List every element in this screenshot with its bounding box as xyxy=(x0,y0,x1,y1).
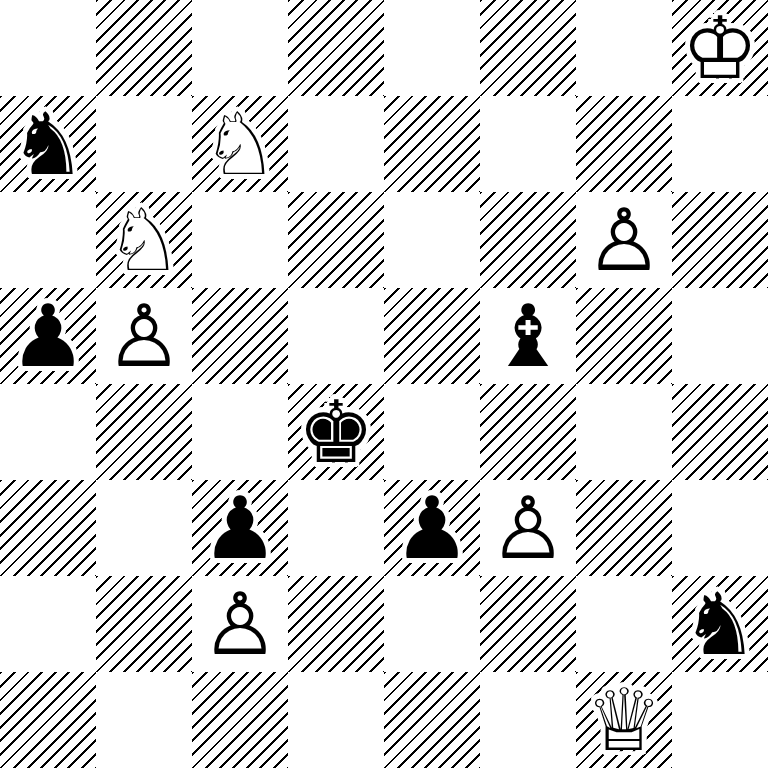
square-g5[interactable] xyxy=(576,288,672,384)
square-h5[interactable] xyxy=(672,288,768,384)
square-a7[interactable]: ♞♞ xyxy=(0,96,96,192)
white-knight-halo: ♞ xyxy=(96,192,192,288)
chess-board: ♚♚♔♞♞♞♞♘♞♞♘♟♟♙♟♟♟♟♙♝♝♚♚♟♟♟♟♟♟♙♟♟♙♞♞♛♛♕ xyxy=(0,0,768,768)
white-pawn-fill: ♟ xyxy=(96,288,192,384)
black-bishop-halo: ♝ xyxy=(480,288,576,384)
black-knight-halo: ♞ xyxy=(672,576,768,672)
square-a6[interactable] xyxy=(0,192,96,288)
black-pawn[interactable]: ♟♟ xyxy=(0,288,96,384)
white-pawn-fill: ♟ xyxy=(576,192,672,288)
square-f6[interactable] xyxy=(480,192,576,288)
black-pawn-halo: ♟ xyxy=(384,480,480,576)
white-knight-icon: ♘ xyxy=(96,192,192,288)
square-e1[interactable] xyxy=(384,672,480,768)
square-c1[interactable] xyxy=(192,672,288,768)
square-a3[interactable] xyxy=(0,480,96,576)
black-knight-icon: ♞ xyxy=(0,96,96,192)
square-g2[interactable] xyxy=(576,576,672,672)
square-e2[interactable] xyxy=(384,576,480,672)
square-b6[interactable]: ♞♞♘ xyxy=(96,192,192,288)
white-pawn-icon: ♙ xyxy=(576,192,672,288)
square-a2[interactable] xyxy=(0,576,96,672)
black-king-halo: ♚ xyxy=(288,384,384,480)
white-queen-fill: ♛ xyxy=(576,672,672,768)
square-b4[interactable] xyxy=(96,384,192,480)
square-h7[interactable] xyxy=(672,96,768,192)
square-g3[interactable] xyxy=(576,480,672,576)
black-bishop[interactable]: ♝♝ xyxy=(480,288,576,384)
white-queen-halo: ♛ xyxy=(576,672,672,768)
square-c7[interactable]: ♞♞♘ xyxy=(192,96,288,192)
white-knight[interactable]: ♞♞♘ xyxy=(192,96,288,192)
square-h8[interactable]: ♚♚♔ xyxy=(672,0,768,96)
square-e7[interactable] xyxy=(384,96,480,192)
white-pawn-icon: ♙ xyxy=(192,576,288,672)
square-a1[interactable] xyxy=(0,672,96,768)
square-f8[interactable] xyxy=(480,0,576,96)
black-king-icon: ♚ xyxy=(288,384,384,480)
square-g8[interactable] xyxy=(576,0,672,96)
square-d6[interactable] xyxy=(288,192,384,288)
white-queen-icon: ♕ xyxy=(576,672,672,768)
square-a5[interactable]: ♟♟ xyxy=(0,288,96,384)
square-d5[interactable] xyxy=(288,288,384,384)
square-f3[interactable]: ♟♟♙ xyxy=(480,480,576,576)
square-d2[interactable] xyxy=(288,576,384,672)
square-g6[interactable]: ♟♟♙ xyxy=(576,192,672,288)
white-knight-halo: ♞ xyxy=(192,96,288,192)
square-h3[interactable] xyxy=(672,480,768,576)
white-knight-icon: ♘ xyxy=(192,96,288,192)
square-g7[interactable] xyxy=(576,96,672,192)
square-e8[interactable] xyxy=(384,0,480,96)
white-knight-fill: ♞ xyxy=(96,192,192,288)
black-bishop-icon: ♝ xyxy=(480,288,576,384)
square-b7[interactable] xyxy=(96,96,192,192)
square-f2[interactable] xyxy=(480,576,576,672)
square-d8[interactable] xyxy=(288,0,384,96)
white-pawn-icon: ♙ xyxy=(96,288,192,384)
square-g1[interactable]: ♛♛♕ xyxy=(576,672,672,768)
black-pawn[interactable]: ♟♟ xyxy=(384,480,480,576)
square-b5[interactable]: ♟♟♙ xyxy=(96,288,192,384)
black-pawn-halo: ♟ xyxy=(192,480,288,576)
square-g4[interactable] xyxy=(576,384,672,480)
square-c3[interactable]: ♟♟ xyxy=(192,480,288,576)
white-pawn[interactable]: ♟♟♙ xyxy=(480,480,576,576)
white-pawn-halo: ♟ xyxy=(96,288,192,384)
square-d1[interactable] xyxy=(288,672,384,768)
white-king-halo: ♚ xyxy=(672,0,768,96)
black-pawn-icon: ♟ xyxy=(384,480,480,576)
square-c4[interactable] xyxy=(192,384,288,480)
white-pawn-halo: ♟ xyxy=(192,576,288,672)
white-pawn-fill: ♟ xyxy=(480,480,576,576)
black-knight[interactable]: ♞♞ xyxy=(672,576,768,672)
white-pawn[interactable]: ♟♟♙ xyxy=(96,288,192,384)
square-c5[interactable] xyxy=(192,288,288,384)
square-a4[interactable] xyxy=(0,384,96,480)
square-h1[interactable] xyxy=(672,672,768,768)
square-b1[interactable] xyxy=(96,672,192,768)
square-h4[interactable] xyxy=(672,384,768,480)
white-knight[interactable]: ♞♞♘ xyxy=(96,192,192,288)
black-knight[interactable]: ♞♞ xyxy=(0,96,96,192)
square-c8[interactable] xyxy=(192,0,288,96)
square-c6[interactable] xyxy=(192,192,288,288)
square-b2[interactable] xyxy=(96,576,192,672)
black-king[interactable]: ♚♚ xyxy=(288,384,384,480)
white-pawn-halo: ♟ xyxy=(480,480,576,576)
white-pawn[interactable]: ♟♟♙ xyxy=(576,192,672,288)
white-queen[interactable]: ♛♛♕ xyxy=(576,672,672,768)
black-pawn[interactable]: ♟♟ xyxy=(192,480,288,576)
white-king[interactable]: ♚♚♔ xyxy=(672,0,768,96)
square-d4[interactable]: ♚♚ xyxy=(288,384,384,480)
square-e6[interactable] xyxy=(384,192,480,288)
square-f1[interactable] xyxy=(480,672,576,768)
white-pawn-halo: ♟ xyxy=(576,192,672,288)
square-e4[interactable] xyxy=(384,384,480,480)
white-king-fill: ♚ xyxy=(672,0,768,96)
square-h2[interactable]: ♞♞ xyxy=(672,576,768,672)
white-pawn[interactable]: ♟♟♙ xyxy=(192,576,288,672)
square-b3[interactable] xyxy=(96,480,192,576)
square-f7[interactable] xyxy=(480,96,576,192)
square-d7[interactable] xyxy=(288,96,384,192)
white-king-icon: ♔ xyxy=(672,0,768,96)
square-c2[interactable]: ♟♟♙ xyxy=(192,576,288,672)
square-b8[interactable] xyxy=(96,0,192,96)
square-d3[interactable] xyxy=(288,480,384,576)
black-knight-icon: ♞ xyxy=(672,576,768,672)
square-h6[interactable] xyxy=(672,192,768,288)
square-e3[interactable]: ♟♟ xyxy=(384,480,480,576)
square-e5[interactable] xyxy=(384,288,480,384)
black-pawn-icon: ♟ xyxy=(192,480,288,576)
black-pawn-halo: ♟ xyxy=(0,288,96,384)
square-a8[interactable] xyxy=(0,0,96,96)
square-f4[interactable] xyxy=(480,384,576,480)
white-pawn-fill: ♟ xyxy=(192,576,288,672)
black-knight-halo: ♞ xyxy=(0,96,96,192)
square-f5[interactable]: ♝♝ xyxy=(480,288,576,384)
white-pawn-icon: ♙ xyxy=(480,480,576,576)
white-knight-fill: ♞ xyxy=(192,96,288,192)
black-pawn-icon: ♟ xyxy=(0,288,96,384)
